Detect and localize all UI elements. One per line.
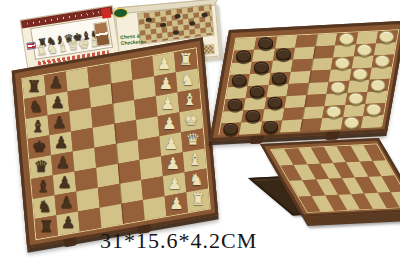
dimension-caption: 31*15.6*4.2CM (100, 228, 257, 254)
chess-piece: ♝ (30, 119, 44, 135)
checker-piece (276, 48, 291, 60)
chess-piece: ♞ (180, 72, 194, 88)
checker-piece (258, 37, 273, 49)
chess-piece: ♟ (166, 156, 180, 172)
mini-checker-disc (201, 12, 207, 17)
chess-piece: ♟ (52, 115, 66, 131)
checker-piece (326, 106, 341, 118)
chess-piece: ♟ (49, 75, 63, 91)
chess-piece: ♟ (160, 96, 174, 112)
board-foot (63, 237, 77, 247)
box-title: Chess & Checkers (120, 33, 141, 46)
square (320, 117, 342, 130)
checker-piece (353, 68, 368, 80)
square (100, 204, 123, 228)
checker-piece (335, 57, 350, 69)
checker-piece (371, 79, 386, 91)
square (280, 119, 302, 132)
chess-grid: ♜♟♟♜♞♟♟♞♝♟♟♝♚♟♟♚♛♟♟♛♝♟♟♝♞♟♟♞♜♟♟♜ (21, 47, 210, 240)
mini-checker-disc (189, 21, 195, 26)
folded-board (246, 134, 400, 260)
square: ♟ (165, 192, 188, 216)
square: ♟ (56, 211, 79, 235)
chess-piece: ♝ (187, 152, 201, 168)
chess-piece: ♟ (57, 175, 71, 191)
mini-checker-disc (146, 17, 152, 22)
checker-piece (379, 31, 394, 43)
checker-piece (231, 75, 246, 87)
square (121, 200, 144, 224)
checker-piece (268, 97, 283, 109)
checker-piece (348, 93, 363, 105)
mini-checker-disc (160, 22, 166, 27)
chess-piece: ♞ (37, 199, 51, 215)
chess-piece: ♛ (34, 159, 48, 175)
checker-piece (223, 123, 238, 135)
chess-piece: ♟ (159, 76, 173, 92)
box-corner-badge (101, 8, 111, 19)
chess-piece: ♚ (32, 139, 46, 155)
chess-piece: ♚ (184, 112, 198, 128)
chess-piece: ♜ (39, 219, 53, 235)
chess-piece: ♜ (179, 52, 193, 68)
chess-piece: ♜ (27, 79, 41, 95)
chess-piece: ♟ (157, 56, 171, 72)
square (239, 121, 261, 134)
chess-piece: ♟ (50, 95, 64, 111)
checker-piece (330, 81, 345, 93)
chess-piece: ♟ (169, 196, 183, 212)
chess-piece: ♝ (182, 92, 196, 108)
chess-piece: ♟ (167, 176, 181, 192)
square (341, 116, 363, 129)
checker-piece (344, 117, 359, 129)
us-flag-icon (26, 42, 36, 50)
checker-piece (263, 121, 278, 133)
product-photo: ♜♞♝♛♚♝♞♜ ♜♞♝♛♚♝♞♜ Chess & Checkers Chess… (0, 0, 400, 266)
box-green-oval-badge (113, 7, 129, 18)
chess-board: ♜♟♟♜♞♟♟♞♝♟♟♝♚♟♟♚♛♟♟♛♝♟♟♝♞♟♟♞♜♟♟♜ (12, 37, 219, 249)
checker-piece (254, 61, 269, 73)
chess-piece: ♜ (191, 192, 205, 208)
checker-piece (367, 104, 382, 116)
checkers-board (209, 21, 400, 141)
chess-piece: ♟ (61, 215, 75, 231)
chess-piece: ♟ (56, 155, 70, 171)
chess-piece: ♛ (186, 132, 200, 148)
chess-piece: ♟ (59, 195, 73, 211)
chess-piece: ♟ (162, 116, 176, 132)
checker-piece (236, 50, 251, 62)
chess-piece: ♝ (36, 179, 50, 195)
mini-checker-disc (173, 30, 179, 35)
checker-piece (245, 110, 260, 122)
checker-piece (339, 33, 354, 45)
box-board-thumbnails (93, 21, 111, 47)
square (78, 208, 101, 232)
checker-piece (272, 72, 287, 84)
square (361, 115, 383, 128)
square (260, 120, 282, 133)
mini-checker-disc (174, 14, 180, 19)
chess-piece: ♞ (29, 99, 43, 115)
square (300, 118, 322, 131)
square: ♜ (186, 189, 209, 213)
checker-piece (357, 44, 372, 56)
square: ♜ (35, 215, 58, 239)
checker-piece (227, 99, 242, 111)
chess-piece: ♞ (189, 172, 203, 188)
checker-piece (375, 55, 390, 67)
checkers-grid (218, 29, 399, 135)
square (143, 196, 166, 220)
chess-piece: ♟ (164, 136, 178, 152)
checker-piece (250, 86, 265, 98)
chess-piece: ♟ (54, 135, 68, 151)
square (219, 123, 241, 136)
